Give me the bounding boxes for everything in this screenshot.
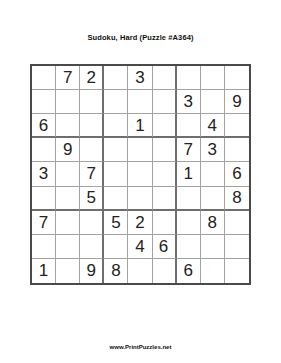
cell-r8c9[interactable] [225, 235, 249, 259]
cell-r8c7[interactable] [177, 235, 201, 259]
cell-r2c3[interactable] [80, 90, 104, 114]
cell-r5c2[interactable] [56, 162, 80, 186]
cell-r6c4[interactable] [104, 187, 128, 211]
cell-r3c5[interactable]: 1 [128, 114, 152, 138]
cell-r1c6[interactable] [153, 66, 177, 90]
cell-r8c8[interactable] [201, 235, 225, 259]
cell-r7c6[interactable] [153, 211, 177, 235]
cell-r3c9[interactable] [225, 114, 249, 138]
cell-r6c5[interactable] [128, 187, 152, 211]
cell-r7c1[interactable]: 7 [32, 211, 56, 235]
cell-r8c6[interactable]: 6 [153, 235, 177, 259]
cell-r6c1[interactable] [32, 187, 56, 211]
cell-r5c3[interactable]: 7 [80, 162, 104, 186]
cell-r6c9[interactable]: 8 [225, 187, 249, 211]
cell-r1c2[interactable]: 7 [56, 66, 80, 90]
cell-r6c6[interactable] [153, 187, 177, 211]
cell-r8c1[interactable] [32, 235, 56, 259]
cell-r9c1[interactable]: 1 [32, 259, 56, 283]
cell-r7c8[interactable]: 8 [201, 211, 225, 235]
cell-r1c3[interactable]: 2 [80, 66, 104, 90]
cell-r4c4[interactable] [104, 138, 128, 162]
sudoku-grid: 723396149733716587528461986 [30, 64, 251, 285]
cell-r4c5[interactable] [128, 138, 152, 162]
cell-r2c2[interactable] [56, 90, 80, 114]
cell-r9c6[interactable] [153, 259, 177, 283]
cell-r5c7[interactable]: 1 [177, 162, 201, 186]
cell-r5c5[interactable] [128, 162, 152, 186]
cell-r5c4[interactable] [104, 162, 128, 186]
cell-r6c3[interactable]: 5 [80, 187, 104, 211]
cell-r2c8[interactable] [201, 90, 225, 114]
cell-r9c8[interactable] [201, 259, 225, 283]
cell-r4c6[interactable] [153, 138, 177, 162]
cell-r5c9[interactable]: 6 [225, 162, 249, 186]
cell-r5c6[interactable] [153, 162, 177, 186]
cell-r7c9[interactable] [225, 211, 249, 235]
cell-r4c8[interactable]: 3 [201, 138, 225, 162]
cell-r7c2[interactable] [56, 211, 80, 235]
cell-r2c7[interactable]: 3 [177, 90, 201, 114]
cell-r5c8[interactable] [201, 162, 225, 186]
cell-r3c2[interactable] [56, 114, 80, 138]
cell-r3c8[interactable]: 4 [201, 114, 225, 138]
cell-r4c9[interactable] [225, 138, 249, 162]
cell-r4c7[interactable]: 7 [177, 138, 201, 162]
cell-r1c4[interactable] [104, 66, 128, 90]
cell-r7c7[interactable] [177, 211, 201, 235]
cell-r4c2[interactable]: 9 [56, 138, 80, 162]
cell-r8c5[interactable]: 4 [128, 235, 152, 259]
cell-r8c3[interactable] [80, 235, 104, 259]
cell-r1c9[interactable] [225, 66, 249, 90]
cell-r1c7[interactable] [177, 66, 201, 90]
cell-r3c3[interactable] [80, 114, 104, 138]
cell-r2c5[interactable] [128, 90, 152, 114]
cell-r6c7[interactable] [177, 187, 201, 211]
cell-r1c8[interactable] [201, 66, 225, 90]
cell-r7c3[interactable] [80, 211, 104, 235]
cell-r2c4[interactable] [104, 90, 128, 114]
footer-url: www.PrintPuzzles.net [0, 344, 281, 350]
page-title: Sudoku, Hard (Puzzle #A364) [0, 33, 281, 42]
cell-r9c3[interactable]: 9 [80, 259, 104, 283]
cell-r9c7[interactable]: 6 [177, 259, 201, 283]
cell-r2c6[interactable] [153, 90, 177, 114]
cell-r2c9[interactable]: 9 [225, 90, 249, 114]
cell-r9c4[interactable]: 8 [104, 259, 128, 283]
cell-r1c1[interactable] [32, 66, 56, 90]
cell-r8c2[interactable] [56, 235, 80, 259]
cell-r2c1[interactable] [32, 90, 56, 114]
cell-r7c5[interactable]: 2 [128, 211, 152, 235]
cell-r3c1[interactable]: 6 [32, 114, 56, 138]
cell-r4c3[interactable] [80, 138, 104, 162]
cell-r9c9[interactable] [225, 259, 249, 283]
cell-r9c2[interactable] [56, 259, 80, 283]
cell-r3c7[interactable] [177, 114, 201, 138]
cell-r5c1[interactable]: 3 [32, 162, 56, 186]
cell-r6c2[interactable] [56, 187, 80, 211]
cell-r9c5[interactable] [128, 259, 152, 283]
cell-r3c4[interactable] [104, 114, 128, 138]
cell-r8c4[interactable] [104, 235, 128, 259]
cell-r3c6[interactable] [153, 114, 177, 138]
cell-r7c4[interactable]: 5 [104, 211, 128, 235]
cell-r1c5[interactable]: 3 [128, 66, 152, 90]
cell-r4c1[interactable] [32, 138, 56, 162]
cell-r6c8[interactable] [201, 187, 225, 211]
